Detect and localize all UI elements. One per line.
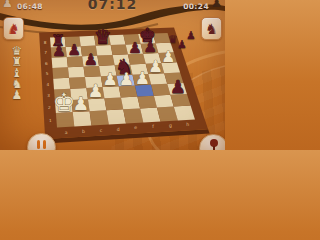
piece-white-pawn-f4[interactable]: ♟ [135, 68, 150, 88]
tree-icon [208, 139, 220, 150]
piece-white-pawn-b2[interactable]: ♟ [72, 93, 89, 114]
captured-white-pawn: ♟ [6, 90, 28, 101]
captured-black-group: ♛♟♟ [166, 27, 200, 53]
rank-label-3: 3 [47, 93, 50, 98]
rank-label-7: 7 [44, 50, 47, 55]
square-e7[interactable] [111, 44, 128, 55]
dark-knight-icon: ♞ [205, 22, 218, 36]
white-clock: 06:48 [17, 2, 43, 11]
captured-white-stack: ♛♜♝♞♟ [6, 46, 28, 101]
rank-label-2: 2 [48, 105, 51, 110]
piece-black-pawn-a7[interactable]: ♟ [52, 42, 65, 60]
red-knight-icon: ♞ [7, 22, 20, 36]
rank-label-4: 4 [47, 82, 50, 87]
pause-icon [37, 140, 46, 149]
piece-white-pawn-g5[interactable]: ♟ [148, 57, 163, 76]
piece-black-pawn-h3[interactable]: ♟ [170, 76, 186, 97]
square-b5[interactable] [68, 67, 85, 78]
black-clock: 00:24 [183, 2, 209, 11]
rank-label-8: 8 [44, 40, 47, 45]
piece-white-pawn-c3[interactable]: ♟ [88, 80, 104, 101]
square-d1[interactable] [106, 109, 126, 124]
piece-black-pawn-c6[interactable]: ♟ [84, 50, 98, 69]
piece-black-pawn-b7[interactable]: ♟ [67, 41, 80, 59]
square-f2[interactable] [137, 96, 157, 109]
game-screen: { "game": "chess", "view": "3d-perspecti… [0, 0, 225, 150]
piece-black-pawn-g7[interactable]: ♟ [143, 38, 156, 56]
file-label-h: h [186, 122, 189, 127]
white-pawn-icon: ♟ [2, 0, 13, 10]
rank-label-6: 6 [45, 61, 48, 66]
square-a5[interactable] [52, 67, 69, 78]
square-c1[interactable] [90, 110, 109, 125]
captured-black-pawn: ♟ [186, 29, 196, 42]
file-label-g: g [169, 123, 172, 128]
board-svg[interactable]: abcdefgh12345678♜♛♚♟♟♟♟♟♟♞♟♟♟♟♟♟♚♟ [0, 0, 225, 150]
file-label-d: d [117, 127, 120, 132]
piece-black-queen-d8[interactable]: ♛ [94, 25, 112, 49]
black-player-button[interactable]: ♞ [201, 17, 222, 40]
black-pawn-icon: ♟ [211, 0, 222, 10]
square-g3[interactable] [151, 84, 170, 96]
square-d6[interactable] [97, 55, 114, 66]
file-label-a: a [65, 130, 68, 135]
piece-white-pawn-d4[interactable]: ♟ [103, 69, 118, 89]
square-f1[interactable] [140, 108, 160, 123]
rank-label-1: 1 [49, 118, 52, 123]
piece-white-pawn-e4[interactable]: ♟ [119, 69, 134, 89]
white-player-button[interactable]: ♞ [3, 17, 24, 40]
square-e1[interactable] [123, 108, 143, 123]
square-d2[interactable] [104, 97, 123, 110]
file-label-e: e [134, 125, 137, 130]
square-e2[interactable] [121, 97, 140, 110]
main-timer: 07:12 [88, 0, 138, 12]
file-label-b: b [82, 129, 85, 134]
rank-label-5: 5 [46, 71, 49, 76]
